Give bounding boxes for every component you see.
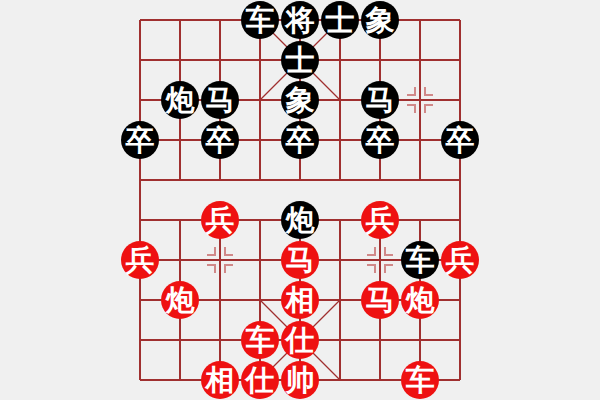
red-advisor[interactable]: 仕: [241, 361, 279, 399]
black-chariot[interactable]: 车: [401, 241, 439, 279]
black-horse[interactable]: 马: [201, 81, 239, 119]
red-horse[interactable]: 马: [281, 241, 319, 279]
black-soldier[interactable]: 卒: [281, 121, 319, 159]
red-soldier[interactable]: 兵: [201, 201, 239, 239]
pieces-layer: 车将士象士炮马象马卒卒卒卒卒兵炮兵兵马车兵炮相马炮车仕相仕帅车: [120, 0, 480, 400]
red-chariot[interactable]: 车: [401, 361, 439, 399]
black-elephant[interactable]: 象: [281, 81, 319, 119]
red-soldier[interactable]: 兵: [121, 241, 159, 279]
red-chariot[interactable]: 车: [241, 321, 279, 359]
black-chariot[interactable]: 车: [241, 1, 279, 39]
red-general[interactable]: 帅: [281, 361, 319, 399]
xiangqi-diagram: 车将士象士炮马象马卒卒卒卒卒兵炮兵兵马车兵炮相马炮车仕相仕帅车: [0, 0, 600, 400]
black-elephant[interactable]: 象: [361, 1, 399, 39]
black-soldier[interactable]: 卒: [361, 121, 399, 159]
red-soldier[interactable]: 兵: [441, 241, 479, 279]
red-soldier[interactable]: 兵: [361, 201, 399, 239]
black-soldier[interactable]: 卒: [201, 121, 239, 159]
black-advisor[interactable]: 士: [321, 1, 359, 39]
red-horse[interactable]: 马: [361, 281, 399, 319]
red-cannon[interactable]: 炮: [401, 281, 439, 319]
red-elephant[interactable]: 相: [281, 281, 319, 319]
black-advisor[interactable]: 士: [281, 41, 319, 79]
red-advisor[interactable]: 仕: [281, 321, 319, 359]
black-cannon[interactable]: 炮: [281, 201, 319, 239]
red-cannon[interactable]: 炮: [161, 281, 199, 319]
black-cannon[interactable]: 炮: [161, 81, 199, 119]
black-soldier[interactable]: 卒: [441, 121, 479, 159]
red-elephant[interactable]: 相: [201, 361, 239, 399]
xiangqi-board[interactable]: 车将士象士炮马象马卒卒卒卒卒兵炮兵兵马车兵炮相马炮车仕相仕帅车: [0, 0, 600, 400]
black-general[interactable]: 将: [281, 1, 319, 39]
black-horse[interactable]: 马: [361, 81, 399, 119]
black-soldier[interactable]: 卒: [121, 121, 159, 159]
